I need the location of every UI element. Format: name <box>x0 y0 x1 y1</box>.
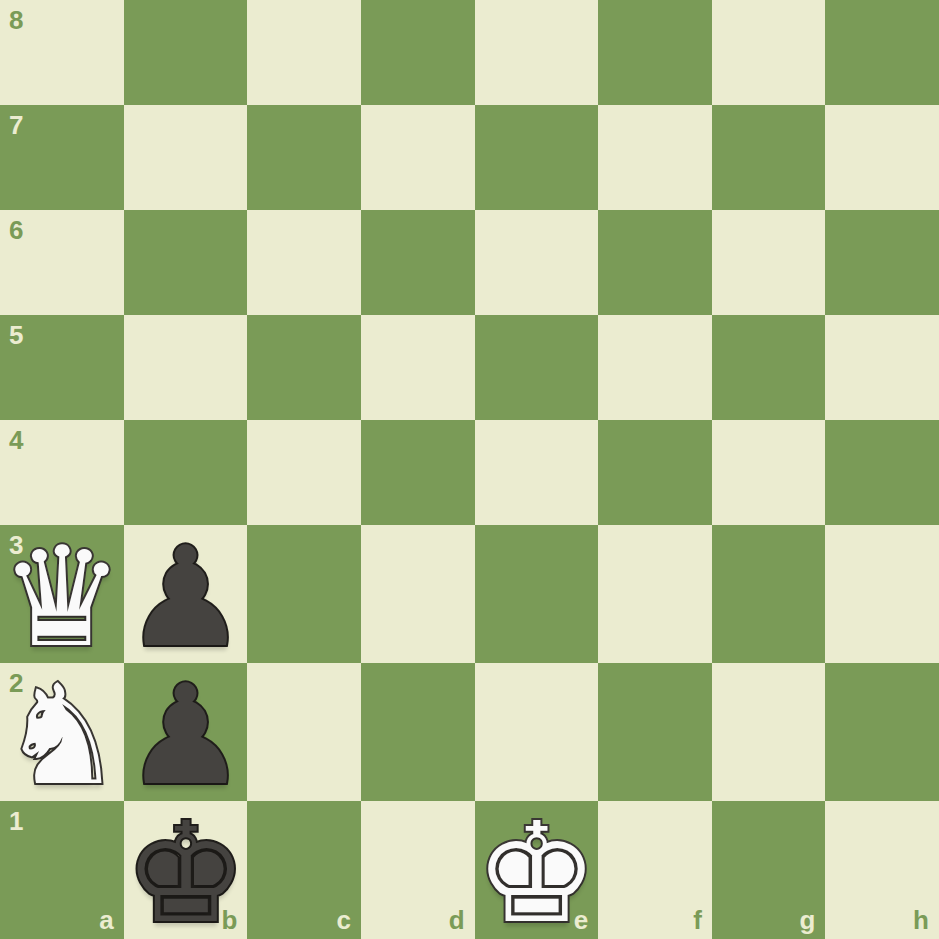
rank-label-4: 4 <box>9 427 23 453</box>
black-pawn[interactable]: ♟ <box>124 666 248 804</box>
square-c4[interactable] <box>247 420 361 525</box>
square-g3[interactable] <box>712 525 826 663</box>
square-b2[interactable]: ♟ <box>124 663 248 801</box>
square-a1[interactable]: 1a <box>0 801 124 939</box>
square-c6[interactable] <box>247 210 361 315</box>
square-h3[interactable] <box>825 525 939 663</box>
square-h5[interactable] <box>825 315 939 420</box>
square-h8[interactable] <box>825 0 939 105</box>
square-e8[interactable] <box>475 0 599 105</box>
square-c3[interactable] <box>247 525 361 663</box>
square-d4[interactable] <box>361 420 475 525</box>
square-d1[interactable]: d <box>361 801 475 939</box>
square-h1[interactable]: h <box>825 801 939 939</box>
square-c2[interactable] <box>247 663 361 801</box>
file-label-h: h <box>913 907 929 933</box>
square-g1[interactable]: g <box>712 801 826 939</box>
square-c1[interactable]: c <box>247 801 361 939</box>
square-c5[interactable] <box>247 315 361 420</box>
square-d8[interactable] <box>361 0 475 105</box>
square-a3[interactable]: 3♛ <box>0 525 124 663</box>
square-d7[interactable] <box>361 105 475 210</box>
square-e5[interactable] <box>475 315 599 420</box>
square-h4[interactable] <box>825 420 939 525</box>
square-f4[interactable] <box>598 420 712 525</box>
square-g5[interactable] <box>712 315 826 420</box>
square-a7[interactable]: 7 <box>0 105 124 210</box>
square-g4[interactable] <box>712 420 826 525</box>
rank-label-7: 7 <box>9 112 23 138</box>
square-b7[interactable] <box>124 105 248 210</box>
square-g7[interactable] <box>712 105 826 210</box>
square-a5[interactable]: 5 <box>0 315 124 420</box>
square-h2[interactable] <box>825 663 939 801</box>
square-c8[interactable] <box>247 0 361 105</box>
file-label-c: c <box>337 907 351 933</box>
square-b6[interactable] <box>124 210 248 315</box>
square-e1[interactable]: e♚ <box>475 801 599 939</box>
file-label-f: f <box>693 907 702 933</box>
square-e6[interactable] <box>475 210 599 315</box>
white-queen[interactable]: ♛ <box>0 528 124 666</box>
rank-label-6: 6 <box>9 217 23 243</box>
file-label-g: g <box>800 907 816 933</box>
square-d2[interactable] <box>361 663 475 801</box>
black-king[interactable]: ♚ <box>124 804 248 939</box>
square-a8[interactable]: 8 <box>0 0 124 105</box>
square-f7[interactable] <box>598 105 712 210</box>
square-b3[interactable]: ♟ <box>124 525 248 663</box>
square-f3[interactable] <box>598 525 712 663</box>
square-e7[interactable] <box>475 105 599 210</box>
square-g2[interactable] <box>712 663 826 801</box>
square-b8[interactable] <box>124 0 248 105</box>
file-label-a: a <box>99 907 113 933</box>
square-f1[interactable]: f <box>598 801 712 939</box>
square-g8[interactable] <box>712 0 826 105</box>
square-a2[interactable]: 2♞ <box>0 663 124 801</box>
square-b5[interactable] <box>124 315 248 420</box>
square-e2[interactable] <box>475 663 599 801</box>
square-a4[interactable]: 4 <box>0 420 124 525</box>
square-e3[interactable] <box>475 525 599 663</box>
square-f8[interactable] <box>598 0 712 105</box>
square-b4[interactable] <box>124 420 248 525</box>
square-f6[interactable] <box>598 210 712 315</box>
square-c7[interactable] <box>247 105 361 210</box>
square-d3[interactable] <box>361 525 475 663</box>
file-label-d: d <box>449 907 465 933</box>
chess-board: 876543♛♟2♞♟1ab♚cde♚fgh <box>0 0 939 939</box>
square-g6[interactable] <box>712 210 826 315</box>
square-d5[interactable] <box>361 315 475 420</box>
square-h6[interactable] <box>825 210 939 315</box>
square-b1[interactable]: b♚ <box>124 801 248 939</box>
square-a6[interactable]: 6 <box>0 210 124 315</box>
square-h7[interactable] <box>825 105 939 210</box>
rank-label-5: 5 <box>9 322 23 348</box>
square-f5[interactable] <box>598 315 712 420</box>
square-e4[interactable] <box>475 420 599 525</box>
black-pawn[interactable]: ♟ <box>124 528 248 666</box>
square-f2[interactable] <box>598 663 712 801</box>
white-king[interactable]: ♚ <box>475 804 599 939</box>
square-d6[interactable] <box>361 210 475 315</box>
white-knight[interactable]: ♞ <box>0 666 124 804</box>
rank-label-8: 8 <box>9 7 23 33</box>
